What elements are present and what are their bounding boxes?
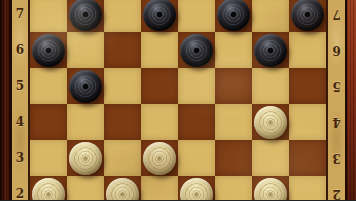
rank-label-2-right: 2: [328, 176, 345, 200]
rank-labels-right: 765432: [326, 0, 347, 200]
square-c5[interactable]: [104, 68, 141, 104]
light-piece-d3[interactable]: [143, 142, 176, 175]
checkers-board[interactable]: [30, 0, 326, 200]
square-h2[interactable]: [289, 176, 326, 200]
square-b3[interactable]: [67, 140, 104, 176]
square-a3[interactable]: [30, 140, 67, 176]
rank-label-5-left: 5: [12, 68, 28, 104]
square-c7[interactable]: [104, 0, 141, 32]
square-g4[interactable]: [252, 104, 289, 140]
square-b2[interactable]: [67, 176, 104, 200]
square-g6[interactable]: [252, 32, 289, 68]
checkers-app: 765432 765432: [0, 0, 356, 200]
dark-piece-h7[interactable]: [291, 0, 324, 31]
square-c2[interactable]: [104, 176, 141, 200]
wood-frame-left: [0, 0, 11, 200]
square-b5[interactable]: [67, 68, 104, 104]
square-g3[interactable]: [252, 140, 289, 176]
square-e2[interactable]: [178, 176, 215, 200]
rank-label-5-right: 5: [328, 68, 345, 104]
square-a6[interactable]: [30, 32, 67, 68]
square-b7[interactable]: [67, 0, 104, 32]
wood-frame-right: [347, 0, 356, 200]
rank-label-7-right: 7: [328, 0, 345, 32]
square-g2[interactable]: [252, 176, 289, 200]
rank-label-6-right: 6: [328, 32, 345, 68]
square-c6[interactable]: [104, 32, 141, 68]
square-e7[interactable]: [178, 0, 215, 32]
rank-labels-left: 765432: [10, 0, 30, 200]
light-piece-g4[interactable]: [254, 106, 287, 139]
light-piece-g2[interactable]: [254, 178, 287, 201]
rank-label-7-left: 7: [12, 0, 28, 32]
square-h7[interactable]: [289, 0, 326, 32]
rank-label-3-right: 3: [328, 140, 345, 176]
square-a5[interactable]: [30, 68, 67, 104]
square-d4[interactable]: [141, 104, 178, 140]
square-d2[interactable]: [141, 176, 178, 200]
square-b6[interactable]: [67, 32, 104, 68]
square-c3[interactable]: [104, 140, 141, 176]
square-e5[interactable]: [178, 68, 215, 104]
rank-label-4-right: 4: [328, 104, 345, 140]
square-d5[interactable]: [141, 68, 178, 104]
square-e4[interactable]: [178, 104, 215, 140]
square-h4[interactable]: [289, 104, 326, 140]
square-b4[interactable]: [67, 104, 104, 140]
square-e6[interactable]: [178, 32, 215, 68]
square-d3[interactable]: [141, 140, 178, 176]
square-c4[interactable]: [104, 104, 141, 140]
dark-piece-b7[interactable]: [69, 0, 102, 31]
rank-label-2-left: 2: [12, 176, 28, 200]
square-f2[interactable]: [215, 176, 252, 200]
square-h5[interactable]: [289, 68, 326, 104]
dark-piece-a6[interactable]: [32, 34, 65, 67]
square-g5[interactable]: [252, 68, 289, 104]
square-a7[interactable]: [30, 0, 67, 32]
square-e3[interactable]: [178, 140, 215, 176]
rank-label-4-left: 4: [12, 104, 28, 140]
light-piece-c2[interactable]: [106, 178, 139, 201]
light-piece-a2[interactable]: [32, 178, 65, 201]
square-a2[interactable]: [30, 176, 67, 200]
square-f5[interactable]: [215, 68, 252, 104]
square-d7[interactable]: [141, 0, 178, 32]
square-h3[interactable]: [289, 140, 326, 176]
square-f3[interactable]: [215, 140, 252, 176]
square-h6[interactable]: [289, 32, 326, 68]
dark-piece-b5[interactable]: [69, 70, 102, 103]
dark-piece-e6[interactable]: [180, 34, 213, 67]
dark-piece-g6[interactable]: [254, 34, 287, 67]
square-d6[interactable]: [141, 32, 178, 68]
square-g7[interactable]: [252, 0, 289, 32]
square-f6[interactable]: [215, 32, 252, 68]
light-piece-b3[interactable]: [69, 142, 102, 175]
rank-label-3-left: 3: [12, 140, 28, 176]
square-a4[interactable]: [30, 104, 67, 140]
square-f4[interactable]: [215, 104, 252, 140]
dark-piece-f7[interactable]: [217, 0, 250, 31]
square-f7[interactable]: [215, 0, 252, 32]
rank-label-6-left: 6: [12, 32, 28, 68]
light-piece-e2[interactable]: [180, 178, 213, 201]
dark-piece-d7[interactable]: [143, 0, 176, 31]
